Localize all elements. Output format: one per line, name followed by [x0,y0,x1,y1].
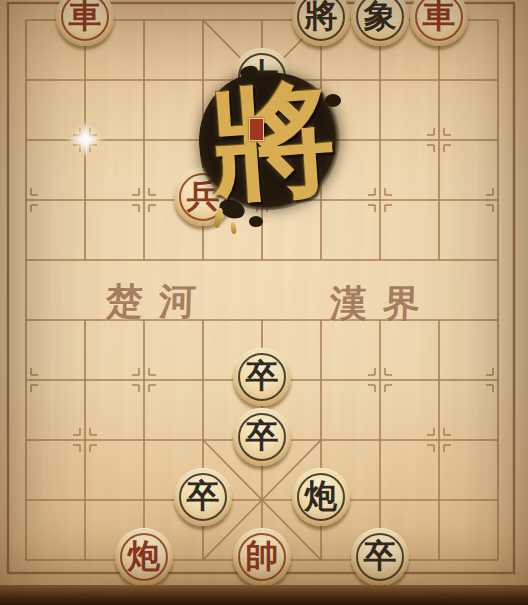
piece-red-cannon[interactable]: 炮 [115,528,173,586]
river-label-chu-he: 楚河 [105,277,213,327]
piece-glyph: 卒 [246,420,279,453]
piece-glyph: 車 [423,0,456,33]
piece-glyph: 炮 [305,480,338,513]
piece-black-soldier[interactable]: 卒 [174,468,232,526]
piece-black-soldier[interactable]: 卒 [351,528,409,586]
piece-glyph: 將 [305,0,338,33]
river-label-han-jie: 漢界 [329,279,437,329]
piece-glyph: 兵 [187,180,220,213]
piece-glyph: 炮 [128,540,161,573]
piece-red-soldier[interactable]: 兵 [174,168,232,226]
piece-glyph: 卒 [187,480,220,513]
piece-glyph: 象 [364,0,397,33]
piece-glyph: 卒 [246,360,279,393]
piece-black-cannon[interactable]: 炮 [292,468,350,526]
piece-glyph: 車 [69,0,102,33]
piece-black-soldier[interactable]: 卒 [233,348,291,406]
piece-black-soldier[interactable]: 卒 [233,408,291,466]
piece-glyph: 士 [246,60,279,93]
piece-glyph: 卒 [364,540,397,573]
xiangqi-board[interactable]: 楚河 漢界 車將象車士兵卒卒卒炮炮帥卒 將 [0,0,528,605]
piece-red-general[interactable]: 帥 [233,528,291,586]
piece-glyph: 帥 [246,540,279,573]
piece-black-advisor[interactable]: 士 [233,48,291,106]
